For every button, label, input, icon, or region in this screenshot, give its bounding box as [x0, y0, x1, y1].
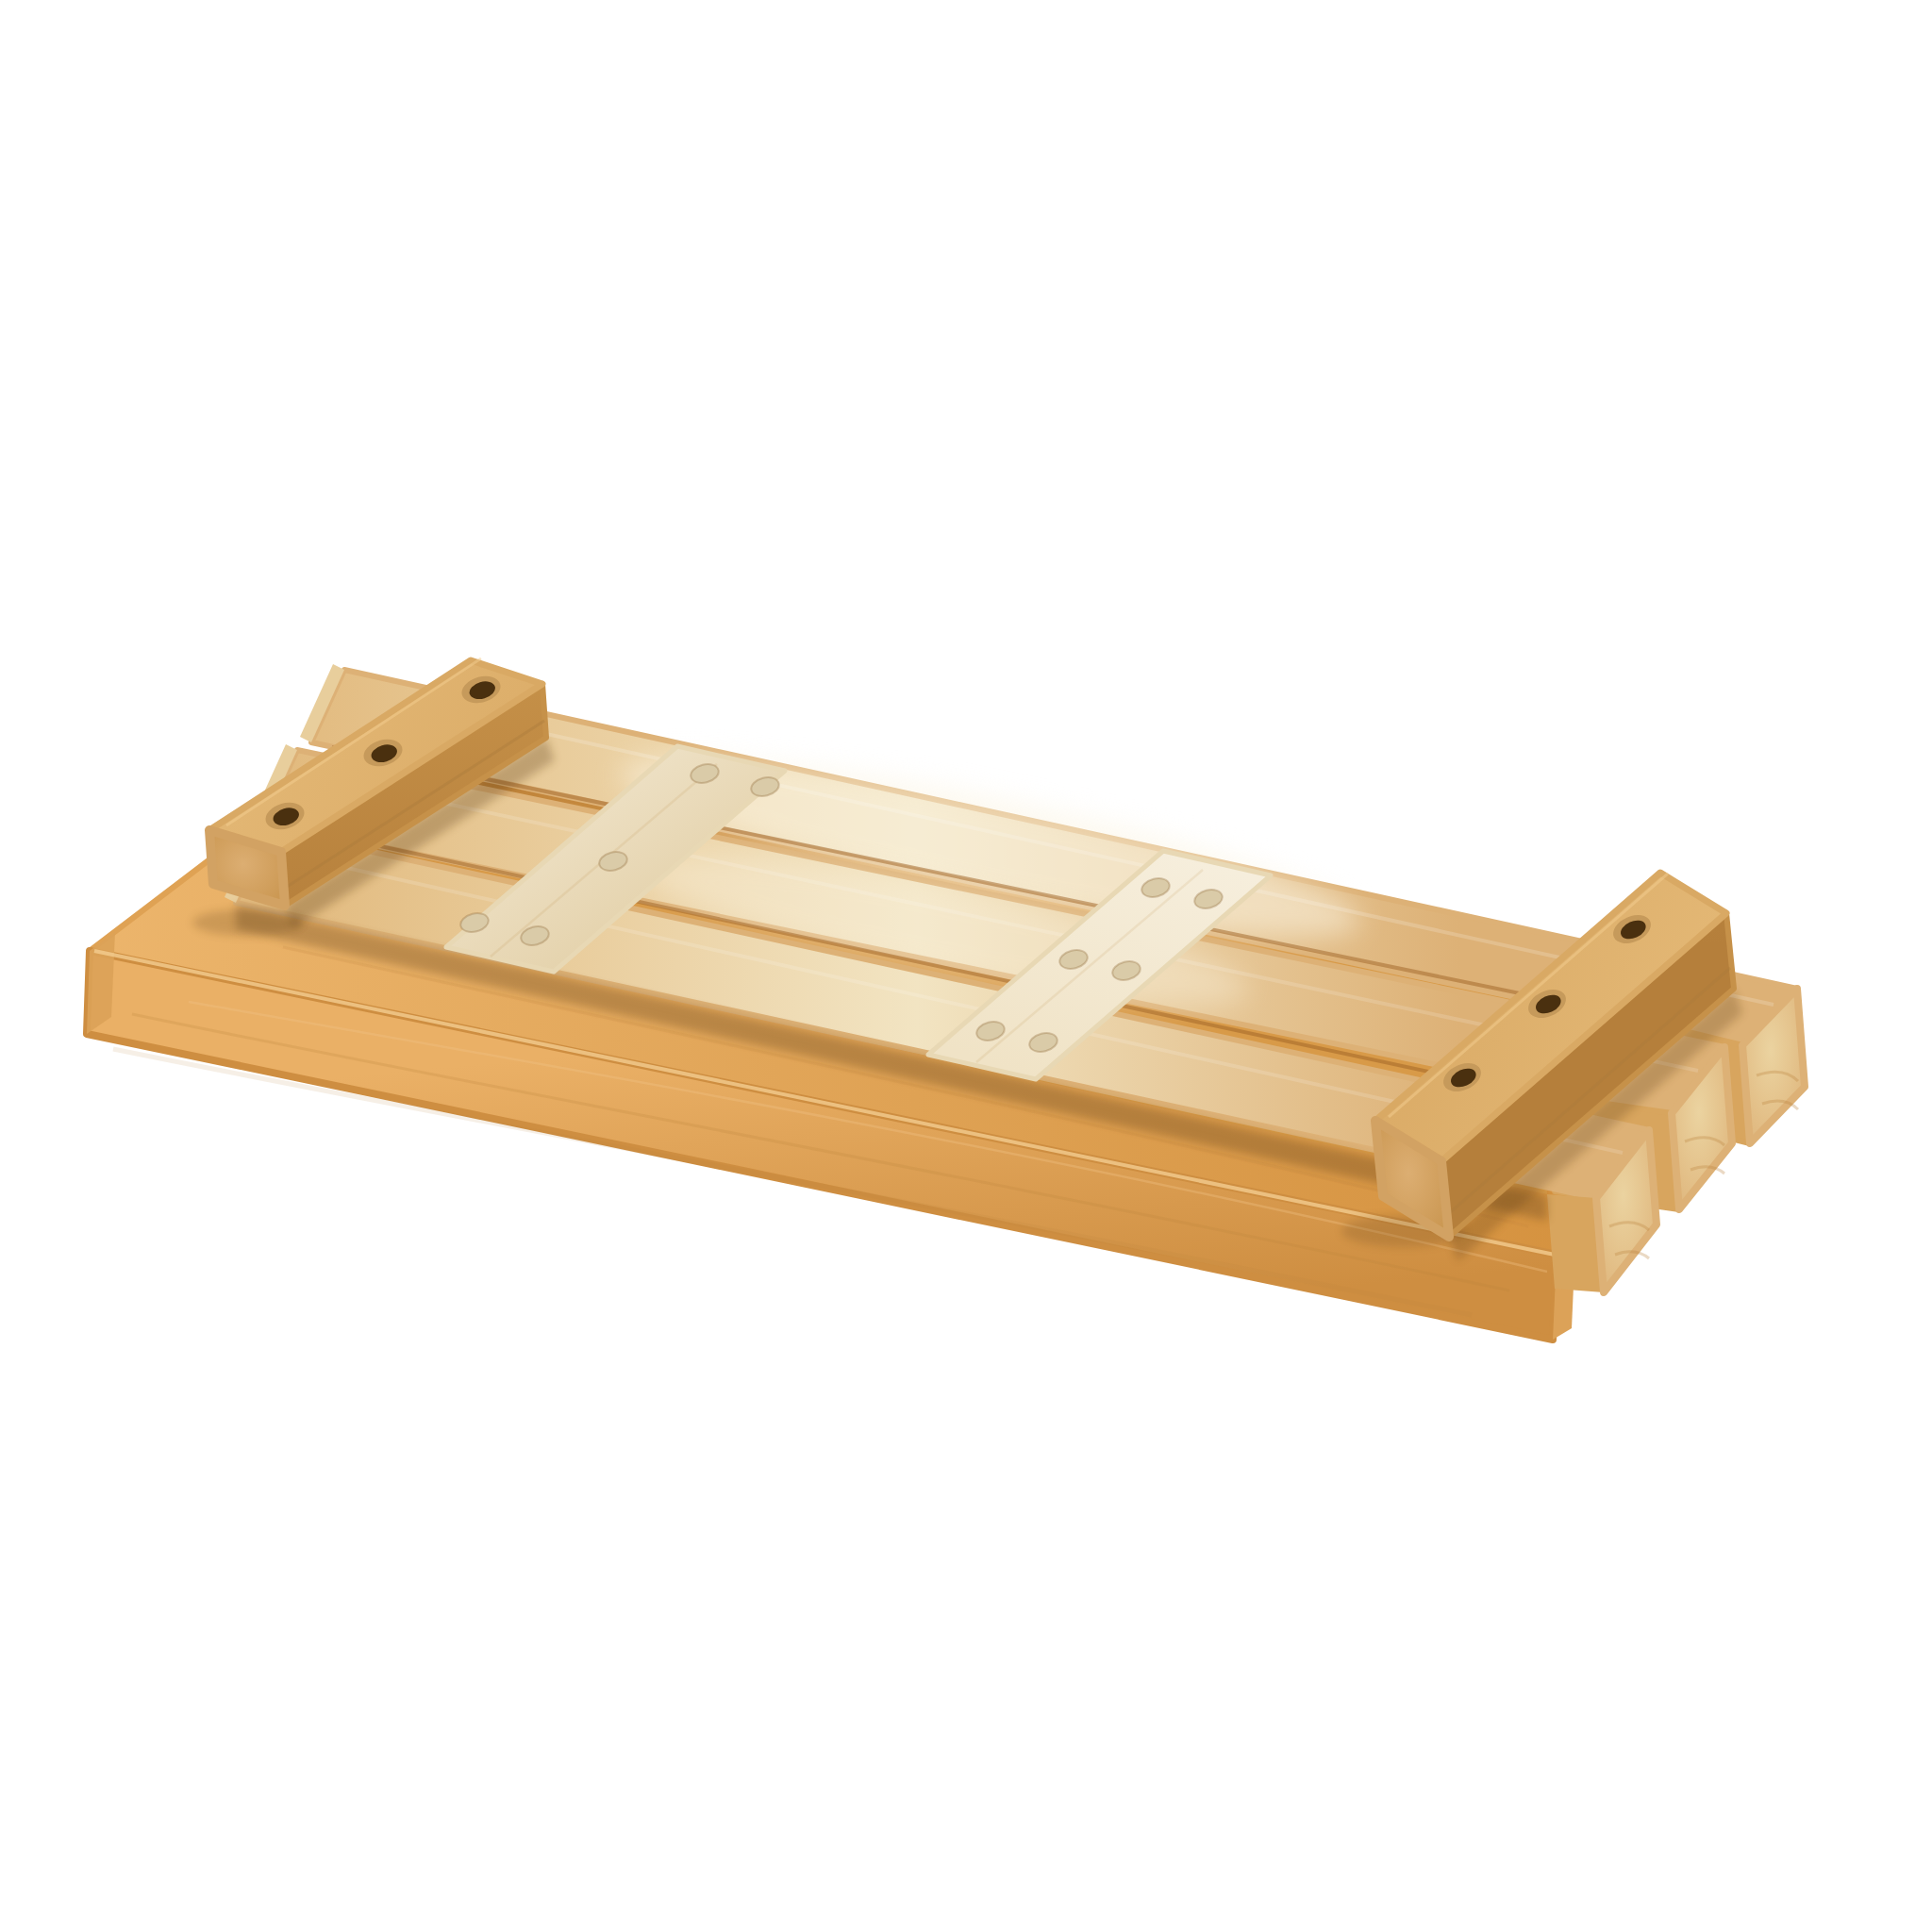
cleat-left-end-shadow — [192, 909, 302, 936]
bench-product-photo — [0, 0, 1932, 1932]
studio-background — [0, 0, 1932, 1932]
